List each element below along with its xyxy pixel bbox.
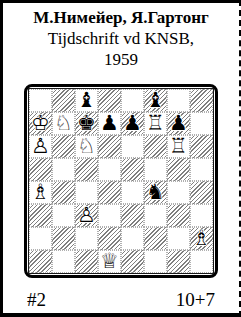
square-h4 xyxy=(190,181,213,204)
square-g1 xyxy=(167,250,190,273)
square-a1 xyxy=(29,250,52,273)
square-f8: ♝ xyxy=(144,89,167,112)
square-e5 xyxy=(121,158,144,181)
white-pawn-icon: ♙ xyxy=(29,135,52,158)
square-c1 xyxy=(75,250,98,273)
square-e7: ♟ xyxy=(121,112,144,135)
square-h5 xyxy=(190,158,213,181)
white-queen-icon: ♕ xyxy=(98,250,121,273)
square-f2 xyxy=(144,227,167,250)
square-e1 xyxy=(121,250,144,273)
square-a6: ♟♙ xyxy=(29,135,52,158)
white-rook-g6: ♜♖ xyxy=(167,135,190,158)
black-knight-f4: ♞ xyxy=(144,181,167,204)
square-e8 xyxy=(121,89,144,112)
square-g3 xyxy=(167,204,190,227)
square-d6 xyxy=(98,135,121,158)
square-e6 xyxy=(121,135,144,158)
white-rook-icon: ♖ xyxy=(167,135,190,158)
black-pawn-d7: ♟ xyxy=(98,112,121,135)
square-g4 xyxy=(167,181,190,204)
caption-row: #2 10+7 xyxy=(24,289,218,311)
square-c8: ♝ xyxy=(75,89,98,112)
white-king-a7: ♚♔ xyxy=(29,112,52,135)
board-frame: ♝♝♚♔♞♘♚♟♟♜♖♟♟♙♞♘♜♖♝♗♞♟♙♝♗♛♕ xyxy=(24,84,218,278)
square-h2: ♝♗ xyxy=(190,227,213,250)
square-f7: ♜♖ xyxy=(144,112,167,135)
white-knight-icon: ♘ xyxy=(75,135,98,158)
square-b6 xyxy=(52,135,75,158)
square-f5 xyxy=(144,158,167,181)
square-h7 xyxy=(190,112,213,135)
square-c5 xyxy=(75,158,98,181)
square-b7: ♞♘ xyxy=(52,112,75,135)
square-a8 xyxy=(29,89,52,112)
square-b1 xyxy=(52,250,75,273)
black-pawn-g7: ♟ xyxy=(167,112,190,135)
white-queen-d1: ♛♕ xyxy=(98,250,121,273)
problem-header: М.Нимейер, Я.Гартонг Tijdschrift vd KNSB… xyxy=(3,7,239,70)
square-b8 xyxy=(52,89,75,112)
black-pawn-icon: ♟ xyxy=(121,112,144,135)
square-b3 xyxy=(52,204,75,227)
black-king-c7: ♚ xyxy=(75,112,98,135)
white-knight-b7: ♞♘ xyxy=(52,112,75,135)
square-h6 xyxy=(190,135,213,158)
square-c6: ♞♘ xyxy=(75,135,98,158)
black-bishop-icon: ♝ xyxy=(144,89,167,112)
square-e2 xyxy=(121,227,144,250)
square-h8 xyxy=(190,89,213,112)
square-a7: ♚♔ xyxy=(29,112,52,135)
white-pawn-a6: ♟♙ xyxy=(29,135,52,158)
white-rook-icon: ♖ xyxy=(144,112,167,135)
square-d8 xyxy=(98,89,121,112)
black-pawn-icon: ♟ xyxy=(167,112,190,135)
white-bishop-icon: ♗ xyxy=(190,227,213,250)
square-f6 xyxy=(144,135,167,158)
square-c2 xyxy=(75,227,98,250)
square-d5 xyxy=(98,158,121,181)
square-g6: ♜♖ xyxy=(167,135,190,158)
square-d7: ♟ xyxy=(98,112,121,135)
square-d3 xyxy=(98,204,121,227)
square-f3 xyxy=(144,204,167,227)
square-g7: ♟ xyxy=(167,112,190,135)
board-inner-frame: ♝♝♚♔♞♘♚♟♟♜♖♟♟♙♞♘♜♖♝♗♞♟♙♝♗♛♕ xyxy=(28,88,214,274)
black-pawn-e7: ♟ xyxy=(121,112,144,135)
black-bishop-f8: ♝ xyxy=(144,89,167,112)
square-h3 xyxy=(190,204,213,227)
square-c7: ♚ xyxy=(75,112,98,135)
white-bishop-h2: ♝♗ xyxy=(190,227,213,250)
stipulation-label: #2 xyxy=(27,289,46,311)
problem-authors: М.Нимейер, Я.Гартонг xyxy=(3,7,239,28)
black-pawn-icon: ♟ xyxy=(98,112,121,135)
square-a3 xyxy=(29,204,52,227)
white-king-icon: ♔ xyxy=(29,112,52,135)
square-c4 xyxy=(75,181,98,204)
square-d4 xyxy=(98,181,121,204)
white-rook-f7: ♜♖ xyxy=(144,112,167,135)
square-e4 xyxy=(121,181,144,204)
square-a5 xyxy=(29,158,52,181)
square-g8 xyxy=(167,89,190,112)
white-bishop-a4: ♝♗ xyxy=(29,181,52,204)
black-bishop-c8: ♝ xyxy=(75,89,98,112)
square-b4 xyxy=(52,181,75,204)
problem-year: 1959 xyxy=(3,49,239,70)
chessboard: ♝♝♚♔♞♘♚♟♟♜♖♟♟♙♞♘♜♖♝♗♞♟♙♝♗♛♕ xyxy=(29,89,213,273)
black-knight-icon: ♞ xyxy=(144,181,167,204)
white-pawn-icon: ♙ xyxy=(75,204,98,227)
square-b5 xyxy=(52,158,75,181)
square-a4: ♝♗ xyxy=(29,181,52,204)
problem-diagram-page: М.Нимейер, Я.Гартонг Tijdschrift vd KNSB… xyxy=(0,0,241,317)
black-king-icon: ♚ xyxy=(75,112,98,135)
black-bishop-icon: ♝ xyxy=(75,89,98,112)
square-a2 xyxy=(29,227,52,250)
board-wrap: ♝♝♚♔♞♘♚♟♟♜♖♟♟♙♞♘♜♖♝♗♞♟♙♝♗♛♕ xyxy=(3,84,239,278)
square-f4: ♞ xyxy=(144,181,167,204)
square-c3: ♟♙ xyxy=(75,204,98,227)
problem-source: Tijdschrift vd KNSB, xyxy=(3,28,239,49)
white-bishop-icon: ♗ xyxy=(29,181,52,204)
square-b2 xyxy=(52,227,75,250)
square-f1 xyxy=(144,250,167,273)
white-pawn-c3: ♟♙ xyxy=(75,204,98,227)
square-h1 xyxy=(190,250,213,273)
square-g5 xyxy=(167,158,190,181)
square-d1: ♛♕ xyxy=(98,250,121,273)
white-knight-c6: ♞♘ xyxy=(75,135,98,158)
square-g2 xyxy=(167,227,190,250)
white-knight-icon: ♘ xyxy=(52,112,75,135)
square-e3 xyxy=(121,204,144,227)
material-count-label: 10+7 xyxy=(176,289,215,311)
square-d2 xyxy=(98,227,121,250)
